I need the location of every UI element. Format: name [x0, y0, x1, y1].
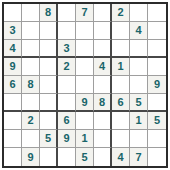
cell-r2c4-empty[interactable] [58, 22, 76, 40]
cell-r4c9-empty[interactable] [148, 58, 166, 76]
cell-r4c3-empty[interactable] [40, 58, 58, 76]
cell-r8c5-given-digit: 1 [76, 130, 94, 148]
cell-r5c7-empty[interactable] [112, 76, 130, 94]
cell-r6c2-empty[interactable] [22, 94, 40, 112]
cell-r8c4-given-digit: 9 [58, 130, 76, 148]
cell-r8c8-empty[interactable] [130, 130, 148, 148]
cell-r1c9-empty[interactable] [148, 4, 166, 22]
cell-r1c8-empty[interactable] [130, 4, 148, 22]
cell-r9c7-given-digit: 4 [112, 148, 130, 166]
cell-r3c1-given-digit: 4 [4, 40, 22, 58]
cell-r7c6-empty[interactable] [94, 112, 112, 130]
cell-r1c2-empty[interactable] [22, 4, 40, 22]
cell-r6c4-empty[interactable] [58, 94, 76, 112]
cell-r3c5-empty[interactable] [76, 40, 94, 58]
cell-r8c6-empty[interactable] [94, 130, 112, 148]
cell-r9c3-empty[interactable] [40, 148, 58, 166]
cell-r6c8-given-digit: 5 [130, 94, 148, 112]
cell-r2c6-empty[interactable] [94, 22, 112, 40]
cell-r5c6-empty[interactable] [94, 76, 112, 94]
cell-r6c5-given-digit: 9 [76, 94, 94, 112]
cell-r1c3-given-digit: 8 [40, 4, 58, 22]
cell-r7c7-empty[interactable] [112, 112, 130, 130]
cell-r4c6-given-digit: 4 [94, 58, 112, 76]
cell-r1c1-empty[interactable] [4, 4, 22, 22]
cell-r8c1-empty[interactable] [4, 130, 22, 148]
cell-r5c1-given-digit: 6 [4, 76, 22, 94]
cell-r3c8-empty[interactable] [130, 40, 148, 58]
cell-r8c3-given-digit: 5 [40, 130, 58, 148]
cell-r7c2-given-digit: 2 [22, 112, 40, 130]
cell-r3c4-given-digit: 3 [58, 40, 76, 58]
cell-r9c4-empty[interactable] [58, 148, 76, 166]
cell-r8c2-empty[interactable] [22, 130, 40, 148]
cell-r1c5-given-digit: 7 [76, 4, 94, 22]
cell-r8c9-empty[interactable] [148, 130, 166, 148]
cell-r9c9-empty[interactable] [148, 148, 166, 166]
cell-r2c7-empty[interactable] [112, 22, 130, 40]
cell-r3c6-empty[interactable] [94, 40, 112, 58]
cell-r3c2-empty[interactable] [22, 40, 40, 58]
cell-r7c5-empty[interactable] [76, 112, 94, 130]
cell-r7c8-given-digit: 1 [130, 112, 148, 130]
cell-r5c8-empty[interactable] [130, 76, 148, 94]
cell-r5c5-empty[interactable] [76, 76, 94, 94]
cell-r6c7-given-digit: 6 [112, 94, 130, 112]
cell-r2c5-empty[interactable] [76, 22, 94, 40]
cell-r3c7-empty[interactable] [112, 40, 130, 58]
cell-r9c8-given-digit: 7 [130, 148, 148, 166]
cell-r6c3-empty[interactable] [40, 94, 58, 112]
cell-r3c3-empty[interactable] [40, 40, 58, 58]
cell-r4c8-empty[interactable] [130, 58, 148, 76]
cell-r2c1-given-digit: 3 [4, 22, 22, 40]
cell-r4c1-given-digit: 9 [4, 58, 22, 76]
cell-r7c1-empty[interactable] [4, 112, 22, 130]
cell-r6c9-empty[interactable] [148, 94, 166, 112]
cell-r5c3-empty[interactable] [40, 76, 58, 94]
cell-r5c9-given-digit: 9 [148, 76, 166, 94]
cell-r9c6-empty[interactable] [94, 148, 112, 166]
cell-r2c3-empty[interactable] [40, 22, 58, 40]
cell-r8c7-empty[interactable] [112, 130, 130, 148]
cell-r7c9-given-digit: 5 [148, 112, 166, 130]
cell-r1c7-given-digit: 2 [112, 4, 130, 22]
cell-r7c3-empty[interactable] [40, 112, 58, 130]
cell-r5c2-given-digit: 8 [22, 76, 40, 94]
cell-r4c5-empty[interactable] [76, 58, 94, 76]
cell-r9c5-given-digit: 5 [76, 148, 94, 166]
cell-r1c6-empty[interactable] [94, 4, 112, 22]
cell-r1c4-empty[interactable] [58, 4, 76, 22]
cell-r9c2-given-digit: 9 [22, 148, 40, 166]
cell-r2c2-empty[interactable] [22, 22, 40, 40]
cell-r6c1-empty[interactable] [4, 94, 22, 112]
cell-r2c9-empty[interactable] [148, 22, 166, 40]
cell-r4c4-given-digit: 2 [58, 58, 76, 76]
cell-r2c8-given-digit: 4 [130, 22, 148, 40]
cell-r4c2-empty[interactable] [22, 58, 40, 76]
cell-r4c7-given-digit: 1 [112, 58, 130, 76]
sudoku-board: 87234439241689986526155919547 [2, 2, 168, 168]
cell-r9c1-empty[interactable] [4, 148, 22, 166]
cell-r3c9-empty[interactable] [148, 40, 166, 58]
cell-r7c4-given-digit: 6 [58, 112, 76, 130]
cell-r5c4-empty[interactable] [58, 76, 76, 94]
cell-r6c6-given-digit: 8 [94, 94, 112, 112]
